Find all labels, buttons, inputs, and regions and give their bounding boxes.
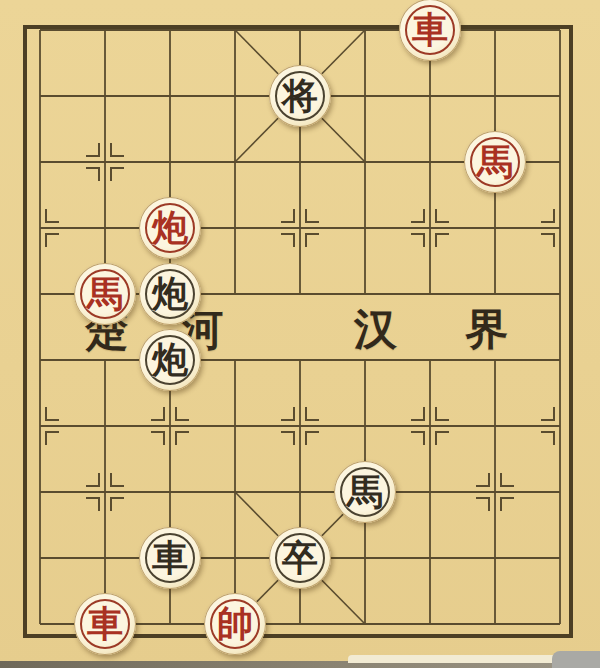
piece-glyph: 炮 <box>139 263 201 325</box>
piece-black-soldier[interactable]: 卒 <box>269 527 331 589</box>
piece-glyph: 車 <box>74 593 136 655</box>
river-label-han-jie: 汉界 <box>354 307 576 353</box>
piece-glyph: 炮 <box>139 329 201 391</box>
piece-red-cannon[interactable]: 炮 <box>139 197 201 259</box>
bottom-corner-artifact <box>552 651 600 668</box>
piece-black-cannon[interactable]: 炮 <box>139 329 201 391</box>
piece-red-horse[interactable]: 馬 <box>464 131 526 193</box>
piece-red-chariot[interactable]: 車 <box>399 0 461 61</box>
piece-red-horse[interactable]: 馬 <box>74 263 136 325</box>
piece-glyph: 卒 <box>269 527 331 589</box>
piece-black-chariot[interactable]: 車 <box>139 527 201 589</box>
piece-glyph: 馬 <box>334 461 396 523</box>
piece-glyph: 炮 <box>139 197 201 259</box>
piece-glyph: 車 <box>399 0 461 61</box>
piece-red-chariot[interactable]: 車 <box>74 593 136 655</box>
piece-glyph: 帥 <box>204 593 266 655</box>
piece-glyph: 車 <box>139 527 201 589</box>
piece-black-general[interactable]: 将 <box>269 65 331 127</box>
piece-red-general[interactable]: 帥 <box>204 593 266 655</box>
piece-black-cannon[interactable]: 炮 <box>139 263 201 325</box>
piece-glyph: 馬 <box>464 131 526 193</box>
piece-black-horse[interactable]: 馬 <box>334 461 396 523</box>
piece-glyph: 将 <box>269 65 331 127</box>
piece-glyph: 馬 <box>74 263 136 325</box>
xiangqi-app: 楚河 汉界 車将馬炮馬炮炮馬車卒車帥 <box>0 0 600 668</box>
